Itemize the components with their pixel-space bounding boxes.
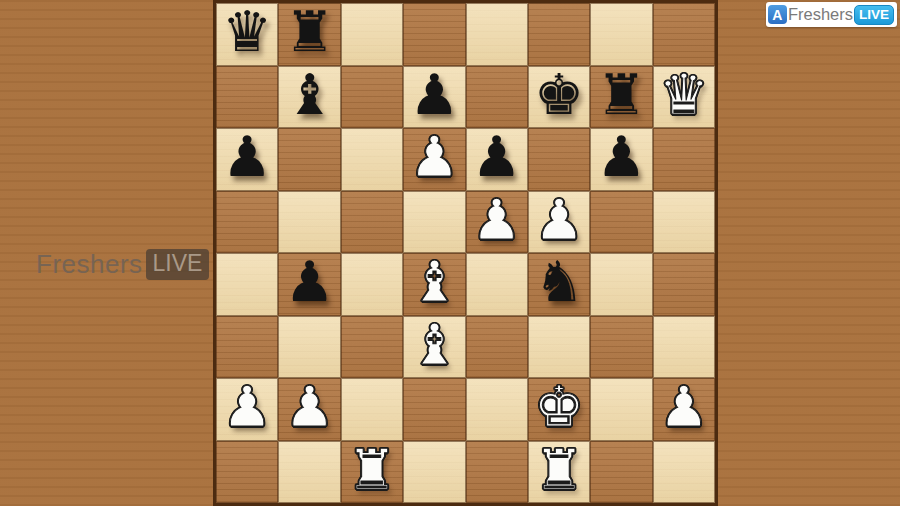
- piece-white-pawn: ♟: [222, 379, 272, 435]
- square-c5: [341, 191, 403, 254]
- square-h4: [653, 253, 715, 316]
- square-f4: ♞: [528, 253, 590, 316]
- square-g2: [590, 378, 652, 441]
- square-d8: [403, 3, 465, 66]
- piece-white-pawn: ♟: [659, 379, 709, 435]
- piece-white-bishop: ♝: [409, 254, 459, 310]
- square-a6: ♟: [216, 128, 278, 191]
- square-b6: [278, 128, 340, 191]
- piece-white-rook: ♜: [347, 442, 397, 498]
- square-b1: [278, 441, 340, 504]
- square-e8: [466, 3, 528, 66]
- square-b7: ♝: [278, 66, 340, 129]
- square-a3: [216, 316, 278, 379]
- square-e5: ♟: [466, 191, 528, 254]
- watermark-text: Freshers: [36, 249, 143, 280]
- square-h5: [653, 191, 715, 254]
- square-g7: ♜: [590, 66, 652, 129]
- square-c1: ♜: [341, 441, 403, 504]
- square-b8: ♜: [278, 3, 340, 66]
- square-a2: ♟: [216, 378, 278, 441]
- square-h3: [653, 316, 715, 379]
- square-a1: [216, 441, 278, 504]
- square-d3: ♝: [403, 316, 465, 379]
- watermark-live-badge: LIVE: [146, 249, 210, 280]
- square-d4: ♝: [403, 253, 465, 316]
- square-h1: [653, 441, 715, 504]
- square-f6: [528, 128, 590, 191]
- piece-white-rook: ♜: [534, 442, 584, 498]
- square-e6: ♟: [466, 128, 528, 191]
- square-a4: [216, 253, 278, 316]
- square-h2: ♟: [653, 378, 715, 441]
- piece-black-queen: ♛: [222, 4, 272, 60]
- square-f5: ♟: [528, 191, 590, 254]
- square-g4: [590, 253, 652, 316]
- square-b3: [278, 316, 340, 379]
- square-h6: [653, 128, 715, 191]
- logo-live-badge: LIVE: [854, 5, 894, 25]
- piece-white-king: ♚: [534, 379, 584, 435]
- square-d1: [403, 441, 465, 504]
- piece-black-pawn: ♟: [409, 67, 459, 123]
- piece-black-knight: ♞: [534, 254, 584, 310]
- square-a5: [216, 191, 278, 254]
- square-c4: [341, 253, 403, 316]
- piece-black-pawn: ♟: [284, 254, 334, 310]
- square-h7: ♛: [653, 66, 715, 129]
- fresherslive-brand-icon: A: [768, 5, 787, 24]
- square-c8: [341, 3, 403, 66]
- square-g5: [590, 191, 652, 254]
- piece-white-pawn: ♟: [472, 192, 522, 248]
- square-f1: ♜: [528, 441, 590, 504]
- piece-black-pawn: ♟: [222, 129, 272, 185]
- square-c3: [341, 316, 403, 379]
- piece-black-rook: ♜: [284, 4, 334, 60]
- logo-text: Freshers: [788, 5, 853, 24]
- square-f8: [528, 3, 590, 66]
- chess-board: ♛♜♝♟♚♜♛♟♟♟♟♟♟♟♝♞♝♟♟♚♟♜♜: [213, 0, 718, 506]
- square-c2: [341, 378, 403, 441]
- piece-white-bishop: ♝: [409, 317, 459, 373]
- square-d7: ♟: [403, 66, 465, 129]
- square-a7: [216, 66, 278, 129]
- square-h8: [653, 3, 715, 66]
- piece-white-queen: ♛: [659, 67, 709, 123]
- square-d5: [403, 191, 465, 254]
- square-b2: ♟: [278, 378, 340, 441]
- fresherslive-logo: A Freshers LIVE: [766, 2, 897, 27]
- piece-black-king: ♚: [534, 67, 584, 123]
- square-a8: ♛: [216, 3, 278, 66]
- piece-black-pawn: ♟: [472, 129, 522, 185]
- square-e4: [466, 253, 528, 316]
- square-g3: [590, 316, 652, 379]
- square-e7: [466, 66, 528, 129]
- piece-black-bishop: ♝: [284, 67, 334, 123]
- square-e3: [466, 316, 528, 379]
- piece-white-pawn: ♟: [409, 129, 459, 185]
- square-d6: ♟: [403, 128, 465, 191]
- square-g6: ♟: [590, 128, 652, 191]
- square-g1: [590, 441, 652, 504]
- square-f2: ♚: [528, 378, 590, 441]
- piece-black-pawn: ♟: [596, 129, 646, 185]
- piece-black-rook: ♜: [596, 67, 646, 123]
- square-b5: [278, 191, 340, 254]
- square-f3: [528, 316, 590, 379]
- piece-white-pawn: ♟: [534, 192, 584, 248]
- square-g8: [590, 3, 652, 66]
- square-c7: [341, 66, 403, 129]
- square-c6: [341, 128, 403, 191]
- square-d2: [403, 378, 465, 441]
- piece-white-pawn: ♟: [284, 379, 334, 435]
- square-e2: [466, 378, 528, 441]
- square-f7: ♚: [528, 66, 590, 129]
- square-b4: ♟: [278, 253, 340, 316]
- watermark: Freshers LIVE: [36, 249, 209, 279]
- square-e1: [466, 441, 528, 504]
